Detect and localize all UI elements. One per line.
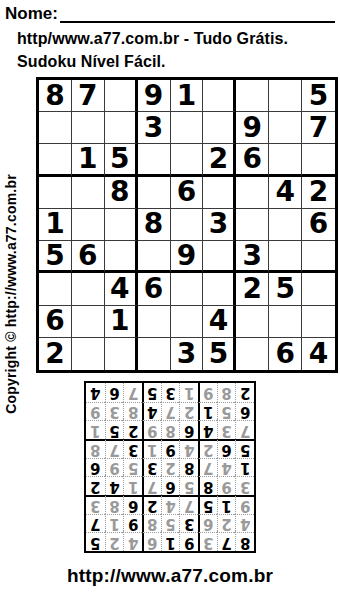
solution-cell: 1 — [198, 402, 217, 421]
solution-cell: 9 — [161, 439, 180, 458]
footer-url: http://www.a77.com.br — [0, 565, 340, 587]
solution-cell: 9 — [198, 383, 217, 402]
solution-cell: 4 — [217, 458, 236, 477]
sudoku-empty-cell[interactable] — [269, 112, 302, 144]
sudoku-empty-cell[interactable] — [302, 241, 335, 273]
solution-board-upside-down: 8739164254263589179157426833985671421478… — [84, 381, 256, 553]
solution-cell: 2 — [198, 439, 217, 458]
solution-cell: 4 — [198, 420, 217, 439]
sudoku-given-cell: 3 — [203, 209, 236, 241]
sudoku-given-cell: 2 — [39, 338, 72, 370]
solution-cell: 1 — [179, 383, 198, 402]
solution-cell: 4 — [86, 383, 105, 402]
sudoku-empty-cell[interactable] — [105, 338, 138, 370]
solution-cell: 4 — [179, 439, 198, 458]
sudoku-empty-cell[interactable] — [171, 273, 204, 305]
sudoku-given-cell: 3 — [138, 112, 171, 144]
sudoku-empty-cell[interactable] — [302, 306, 335, 338]
solution-cell: 4 — [142, 402, 161, 421]
sudoku-given-cell: 1 — [105, 306, 138, 338]
solution-cell: 7 — [198, 458, 217, 477]
sudoku-given-cell: 6 — [302, 209, 335, 241]
sudoku-given-cell: 5 — [105, 144, 138, 176]
solution-cell: 6 — [161, 476, 180, 495]
solution-cell: 1 — [86, 420, 105, 439]
solution-cell: 7 — [217, 532, 236, 551]
solution-cell: 3 — [217, 420, 236, 439]
solution-cell: 7 — [86, 514, 105, 533]
solution-cell: 4 — [123, 532, 142, 551]
sudoku-given-cell: 8 — [39, 80, 72, 112]
sudoku-given-cell: 2 — [302, 177, 335, 209]
solution-cell: 6 — [235, 402, 254, 421]
solution-cell: 7 — [179, 495, 198, 514]
sudoku-empty-cell[interactable] — [269, 241, 302, 273]
solution-cell: 5 — [235, 439, 254, 458]
solution-cell: 5 — [86, 532, 105, 551]
sudoku-given-cell: 6 — [39, 306, 72, 338]
sudoku-empty-cell[interactable] — [302, 144, 335, 176]
sudoku-given-cell: 6 — [171, 177, 204, 209]
solution-cell: 1 — [217, 495, 236, 514]
solution-cell: 5 — [123, 458, 142, 477]
solution-cell: 6 — [179, 420, 198, 439]
solution-cell: 4 — [161, 495, 180, 514]
sudoku-empty-cell[interactable] — [203, 241, 236, 273]
solution-cell: 8 — [105, 495, 124, 514]
sudoku-given-cell: 3 — [171, 338, 204, 370]
solution-cell: 8 — [217, 383, 236, 402]
sudoku-given-cell: 5 — [39, 241, 72, 273]
solution-cell: 5 — [198, 495, 217, 514]
sudoku-empty-cell[interactable] — [236, 209, 269, 241]
sudoku-empty-cell[interactable] — [39, 144, 72, 176]
solution-cell: 8 — [198, 476, 217, 495]
solution-cell: 8 — [142, 514, 161, 533]
sudoku-empty-cell[interactable] — [171, 112, 204, 144]
sudoku-empty-cell[interactable] — [269, 144, 302, 176]
sudoku-given-cell: 3 — [236, 241, 269, 273]
sudoku-given-cell: 2 — [203, 144, 236, 176]
sudoku-empty-cell[interactable] — [203, 177, 236, 209]
sudoku-empty-cell[interactable] — [39, 112, 72, 144]
sudoku-empty-cell[interactable] — [171, 209, 204, 241]
sudoku-empty-cell[interactable] — [72, 209, 105, 241]
sudoku-given-cell: 7 — [72, 80, 105, 112]
site-url-heading: http/www.a77.com.br - Tudo Grátis. — [17, 30, 335, 48]
name-blank-line — [60, 4, 335, 23]
solution-cell: 3 — [86, 495, 105, 514]
solution-cell: 3 — [198, 532, 217, 551]
sudoku-empty-cell[interactable] — [138, 338, 171, 370]
solution-cell: 5 — [142, 383, 161, 402]
puzzle-level-heading: Sudoku Nível Fácil. — [17, 53, 335, 71]
solution-cell: 2 — [179, 402, 198, 421]
solution-cell: 2 — [217, 514, 236, 533]
sudoku-empty-cell[interactable] — [138, 144, 171, 176]
solution-cell: 1 — [123, 476, 142, 495]
sudoku-given-cell: 4 — [302, 338, 335, 370]
solution-cell: 2 — [161, 458, 180, 477]
solution-cell: 7 — [161, 402, 180, 421]
copyright-vertical-text: Copyright © http://www.a77.com.br — [3, 140, 18, 448]
sudoku-empty-cell[interactable] — [138, 241, 171, 273]
solution-cell: 1 — [161, 532, 180, 551]
solution-cell: 4 — [105, 476, 124, 495]
solution-cell: 6 — [217, 439, 236, 458]
sudoku-given-cell: 4 — [269, 177, 302, 209]
solution-cell: 9 — [179, 532, 198, 551]
solution-cell: 9 — [235, 495, 254, 514]
sudoku-empty-cell[interactable] — [72, 112, 105, 144]
solution-cell: 4 — [235, 514, 254, 533]
sudoku-empty-cell[interactable] — [236, 80, 269, 112]
solution-cell: 3 — [161, 383, 180, 402]
solution-cell: 6 — [198, 514, 217, 533]
solution-cell: 3 — [105, 402, 124, 421]
solution-cell: 1 — [142, 439, 161, 458]
solution-cell: 7 — [105, 439, 124, 458]
solution-cell: 9 — [217, 476, 236, 495]
sudoku-given-cell: 9 — [171, 241, 204, 273]
solution-cell: 7 — [235, 420, 254, 439]
sudoku-empty-cell[interactable] — [269, 306, 302, 338]
sudoku-given-cell: 6 — [269, 338, 302, 370]
sudoku-given-cell: 6 — [138, 273, 171, 305]
sudoku-given-cell: 8 — [138, 209, 171, 241]
sudoku-given-cell: 4 — [105, 273, 138, 305]
solution-cell: 8 — [86, 439, 105, 458]
sudoku-given-cell: 9 — [236, 112, 269, 144]
solution-cell: 8 — [161, 420, 180, 439]
sudoku-empty-cell[interactable] — [39, 273, 72, 305]
sudoku-empty-cell[interactable] — [236, 306, 269, 338]
solution-cell: 2 — [105, 532, 124, 551]
solution-cell: 3 — [142, 458, 161, 477]
sudoku-board: 879153971526864218365693462561423564 — [36, 77, 338, 373]
sudoku-empty-cell[interactable] — [105, 241, 138, 273]
solution-cell: 2 — [142, 495, 161, 514]
solution-cell: 9 — [105, 458, 124, 477]
sudoku-given-cell: 5 — [269, 273, 302, 305]
sudoku-empty-cell[interactable] — [138, 177, 171, 209]
sudoku-empty-cell[interactable] — [302, 273, 335, 305]
sudoku-empty-cell[interactable] — [105, 80, 138, 112]
page-root: { "game": "sudoku", "header": { "name_la… — [0, 0, 340, 596]
sudoku-empty-cell[interactable] — [203, 273, 236, 305]
sudoku-empty-cell[interactable] — [72, 273, 105, 305]
sudoku-empty-cell[interactable] — [105, 209, 138, 241]
sudoku-empty-cell[interactable] — [72, 177, 105, 209]
solution-cell: 5 — [217, 402, 236, 421]
solution-cell: 7 — [123, 383, 142, 402]
solution-cell: 6 — [86, 458, 105, 477]
sudoku-given-cell: 6 — [72, 241, 105, 273]
sudoku-empty-cell[interactable] — [171, 144, 204, 176]
sudoku-empty-cell[interactable] — [171, 306, 204, 338]
solution-cell: 9 — [142, 420, 161, 439]
sudoku-empty-cell[interactable] — [105, 112, 138, 144]
sudoku-given-cell: 1 — [39, 209, 72, 241]
solution-cell: 3 — [235, 476, 254, 495]
sudoku-given-cell: 4 — [203, 306, 236, 338]
solution-cell: 2 — [123, 420, 142, 439]
sudoku-empty-cell[interactable] — [72, 306, 105, 338]
solution-cell: 6 — [142, 532, 161, 551]
sudoku-given-cell: 1 — [72, 144, 105, 176]
solution-cell: 5 — [105, 420, 124, 439]
solution-cell: 7 — [142, 476, 161, 495]
solution-cell: 5 — [179, 476, 198, 495]
solution-cell: 6 — [123, 495, 142, 514]
solution-cell: 8 — [235, 532, 254, 551]
sudoku-given-cell: 9 — [138, 80, 171, 112]
sudoku-empty-cell[interactable] — [203, 112, 236, 144]
solution-cell: 6 — [105, 383, 124, 402]
name-row: Nome: — [5, 3, 335, 23]
solution-cell: 3 — [123, 439, 142, 458]
solution-cell: 9 — [123, 514, 142, 533]
solution-cell: 1 — [235, 458, 254, 477]
sudoku-empty-cell[interactable] — [39, 177, 72, 209]
sudoku-empty-cell[interactable] — [236, 338, 269, 370]
name-label: Nome: — [5, 4, 58, 23]
sudoku-given-cell: 1 — [171, 80, 204, 112]
sudoku-empty-cell[interactable] — [269, 80, 302, 112]
sudoku-empty-cell[interactable] — [269, 209, 302, 241]
sudoku-given-cell: 2 — [236, 273, 269, 305]
solution-cell: 2 — [86, 476, 105, 495]
sudoku-given-cell: 5 — [302, 80, 335, 112]
sudoku-empty-cell[interactable] — [138, 306, 171, 338]
solution-cell: 8 — [179, 458, 198, 477]
solution-cell: 8 — [123, 402, 142, 421]
sudoku-empty-cell[interactable] — [236, 177, 269, 209]
solution-cell: 3 — [179, 514, 198, 533]
solution-cell: 5 — [161, 514, 180, 533]
sudoku-given-cell: 8 — [105, 177, 138, 209]
sudoku-empty-cell[interactable] — [72, 338, 105, 370]
sudoku-given-cell: 6 — [236, 144, 269, 176]
sudoku-empty-cell[interactable] — [203, 80, 236, 112]
solution-cell: 9 — [86, 402, 105, 421]
solution-cell: 1 — [105, 514, 124, 533]
solution-cell: 2 — [235, 383, 254, 402]
sudoku-given-cell: 5 — [203, 338, 236, 370]
header: Nome: http/www.a77.com.br - Tudo Grátis.… — [0, 0, 340, 71]
sudoku-given-cell: 7 — [302, 112, 335, 144]
